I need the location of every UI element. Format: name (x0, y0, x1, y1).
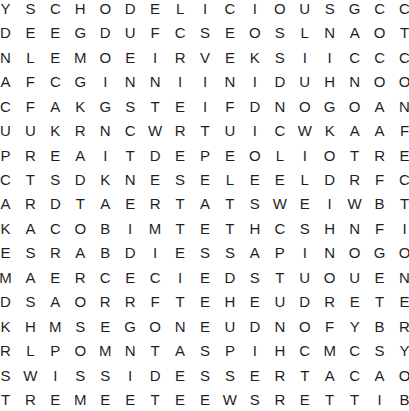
grid-cell-r8c12[interactable]: E (267, 167, 292, 191)
grid-cell-r5c5[interactable]: G (93, 94, 118, 118)
grid-cell-r1c1[interactable]: Y (0, 0, 18, 20)
grid-cell-r17c14[interactable]: T (317, 388, 342, 411)
grid-cell-r1c16[interactable]: C (367, 0, 392, 20)
grid-cell-r7c16[interactable]: R (367, 143, 392, 167)
grid-cell-r5c17[interactable]: N (392, 94, 409, 118)
grid-cell-r16c8[interactable]: E (168, 363, 193, 387)
grid-cell-r4c15[interactable]: N (342, 69, 367, 93)
grid-cell-r14c14[interactable]: F (317, 314, 342, 338)
grid-cell-r10c7[interactable]: M (143, 216, 168, 240)
grid-cell-r15c5[interactable]: M (93, 339, 118, 363)
grid-cell-r14c13[interactable]: O (292, 314, 317, 338)
grid-cell-r2c9[interactable]: S (193, 20, 218, 44)
grid-cell-r12c6[interactable]: E (118, 265, 143, 289)
grid-cell-r13c6[interactable]: R (118, 290, 143, 314)
grid-cell-r1c8[interactable]: L (168, 0, 193, 20)
grid-cell-r5c7[interactable]: T (143, 94, 168, 118)
grid-cell-r9c2[interactable]: R (18, 192, 43, 216)
grid-cell-r13c2[interactable]: S (18, 290, 43, 314)
grid-cell-r12c13[interactable]: U (292, 265, 317, 289)
grid-cell-r6c7[interactable]: W (143, 118, 168, 142)
grid-cell-r6c10[interactable]: U (217, 118, 242, 142)
grid-cell-r15c3[interactable]: P (43, 339, 68, 363)
grid-cell-r9c16[interactable]: B (367, 192, 392, 216)
grid-cell-r7c9[interactable]: P (193, 143, 218, 167)
grid-cell-r17c16[interactable]: I (367, 388, 392, 411)
grid-cell-r9c5[interactable]: A (93, 192, 118, 216)
grid-cell-r16c7[interactable]: D (143, 363, 168, 387)
grid-cell-r11c1[interactable]: E (0, 241, 18, 265)
grid-cell-r10c14[interactable]: H (317, 216, 342, 240)
grid-cell-r6c14[interactable]: K (317, 118, 342, 142)
grid-cell-r3c15[interactable]: C (342, 45, 367, 69)
grid-cell-r4c3[interactable]: C (43, 69, 68, 93)
grid-cell-r5c10[interactable]: F (217, 94, 242, 118)
grid-cell-r5c1[interactable]: C (0, 94, 18, 118)
grid-cell-r1c3[interactable]: C (43, 0, 68, 20)
grid-cell-r2c3[interactable]: E (43, 20, 68, 44)
grid-cell-r3c14[interactable]: I (317, 45, 342, 69)
grid-cell-r13c16[interactable]: T (367, 290, 392, 314)
grid-cell-r3c9[interactable]: V (193, 45, 218, 69)
grid-cell-r9c15[interactable]: W (342, 192, 367, 216)
grid-cell-r5c2[interactable]: F (18, 94, 43, 118)
grid-cell-r9c13[interactable]: E (292, 192, 317, 216)
grid-cell-r8c7[interactable]: E (143, 167, 168, 191)
grid-cell-r8c3[interactable]: S (43, 167, 68, 191)
grid-cell-r7c10[interactable]: E (217, 143, 242, 167)
grid-cell-r16c4[interactable]: S (68, 363, 93, 387)
grid-cell-r7c17[interactable]: E (392, 143, 409, 167)
grid-cell-r5c16[interactable]: A (367, 94, 392, 118)
grid-cell-r4c16[interactable]: O (367, 69, 392, 93)
grid-cell-r10c4[interactable]: O (68, 216, 93, 240)
grid-cell-r1c4[interactable]: H (68, 0, 93, 20)
grid-cell-r4c10[interactable]: N (217, 69, 242, 93)
grid-cell-r1c5[interactable]: O (93, 0, 118, 20)
grid-cell-r8c14[interactable]: D (317, 167, 342, 191)
grid-cell-r10c2[interactable]: A (18, 216, 43, 240)
grid-cell-r6c4[interactable]: R (68, 118, 93, 142)
grid-cell-r13c17[interactable]: E (392, 290, 409, 314)
grid-cell-r16c1[interactable]: S (0, 363, 18, 387)
grid-cell-r16c12[interactable]: R (267, 363, 292, 387)
grid-cell-r2c14[interactable]: N (317, 20, 342, 44)
grid-cell-r2c16[interactable]: O (367, 20, 392, 44)
grid-cell-r12c12[interactable]: T (267, 265, 292, 289)
grid-cell-r7c7[interactable]: D (143, 143, 168, 167)
grid-cell-r4c13[interactable]: U (292, 69, 317, 93)
grid-cell-r2c7[interactable]: F (143, 20, 168, 44)
grid-cell-r5c6[interactable]: S (118, 94, 143, 118)
grid-cell-r8c13[interactable]: L (292, 167, 317, 191)
grid-cell-r8c15[interactable]: R (342, 167, 367, 191)
grid-cell-r6c12[interactable]: C (267, 118, 292, 142)
grid-cell-r3c5[interactable]: O (93, 45, 118, 69)
grid-cell-r7c4[interactable]: A (68, 143, 93, 167)
grid-cell-r8c17[interactable]: C (392, 167, 409, 191)
grid-cell-r10c8[interactable]: T (168, 216, 193, 240)
grid-cell-r11c8[interactable]: E (168, 241, 193, 265)
grid-cell-r15c11[interactable]: I (242, 339, 267, 363)
grid-cell-r6c2[interactable]: U (18, 118, 43, 142)
grid-cell-r12c5[interactable]: C (93, 265, 118, 289)
grid-cell-r5c4[interactable]: K (68, 94, 93, 118)
grid-cell-r9c12[interactable]: W (267, 192, 292, 216)
grid-cell-r6c11[interactable]: I (242, 118, 267, 142)
grid-cell-r13c11[interactable]: E (242, 290, 267, 314)
grid-cell-r3c4[interactable]: M (68, 45, 93, 69)
grid-cell-r4c9[interactable]: I (193, 69, 218, 93)
grid-cell-r15c4[interactable]: O (68, 339, 93, 363)
grid-cell-r7c6[interactable]: T (118, 143, 143, 167)
grid-cell-r17c11[interactable]: S (242, 388, 267, 411)
grid-cell-r11c4[interactable]: A (68, 241, 93, 265)
grid-cell-r17c9[interactable]: E (193, 388, 218, 411)
grid-cell-r15c7[interactable]: T (143, 339, 168, 363)
grid-cell-r6c1[interactable]: U (0, 118, 18, 142)
grid-cell-r3c7[interactable]: I (143, 45, 168, 69)
grid-cell-r11c3[interactable]: R (43, 241, 68, 265)
grid-cell-r10c10[interactable]: T (217, 216, 242, 240)
grid-cell-r12c3[interactable]: E (43, 265, 68, 289)
grid-cell-r8c9[interactable]: E (193, 167, 218, 191)
grid-cell-r9c4[interactable]: T (68, 192, 93, 216)
grid-cell-r10c6[interactable]: I (118, 216, 143, 240)
grid-cell-r10c12[interactable]: C (267, 216, 292, 240)
grid-cell-r14c16[interactable]: B (367, 314, 392, 338)
grid-cell-r5c13[interactable]: O (292, 94, 317, 118)
grid-cell-r3c17[interactable]: C (392, 45, 409, 69)
grid-cell-r12c16[interactable]: E (367, 265, 392, 289)
grid-cell-r4c17[interactable]: O (392, 69, 409, 93)
grid-cell-r4c6[interactable]: N (118, 69, 143, 93)
grid-cell-r15c9[interactable]: S (193, 339, 218, 363)
grid-cell-r11c6[interactable]: D (118, 241, 143, 265)
grid-cell-r14c1[interactable]: K (0, 314, 18, 338)
grid-cell-r8c8[interactable]: S (168, 167, 193, 191)
grid-cell-r1c9[interactable]: I (193, 0, 218, 20)
grid-cell-r2c11[interactable]: O (242, 20, 267, 44)
grid-cell-r16c2[interactable]: W (18, 363, 43, 387)
grid-cell-r16c10[interactable]: S (217, 363, 242, 387)
grid-cell-r16c13[interactable]: T (292, 363, 317, 387)
grid-cell-r17c15[interactable]: T (342, 388, 367, 411)
grid-cell-r11c17[interactable]: O (392, 241, 409, 265)
grid-cell-r1c10[interactable]: C (217, 0, 242, 20)
grid-cell-r13c7[interactable]: F (143, 290, 168, 314)
grid-cell-r1c14[interactable]: S (317, 0, 342, 20)
grid-cell-r16c9[interactable]: S (193, 363, 218, 387)
grid-cell-r4c7[interactable]: N (143, 69, 168, 93)
grid-cell-r9c14[interactable]: I (317, 192, 342, 216)
grid-cell-r17c8[interactable]: E (168, 388, 193, 411)
grid-cell-r16c16[interactable]: A (367, 363, 392, 387)
grid-cell-r13c13[interactable]: D (292, 290, 317, 314)
grid-cell-r5c14[interactable]: G (317, 94, 342, 118)
grid-cell-r4c2[interactable]: F (18, 69, 43, 93)
grid-cell-r11c14[interactable]: N (317, 241, 342, 265)
grid-cell-r6c16[interactable]: A (367, 118, 392, 142)
grid-cell-r6c13[interactable]: W (292, 118, 317, 142)
grid-cell-r15c8[interactable]: A (168, 339, 193, 363)
grid-cell-r1c13[interactable]: U (292, 0, 317, 20)
grid-cell-r7c15[interactable]: T (342, 143, 367, 167)
grid-cell-r12c17[interactable]: N (392, 265, 409, 289)
grid-cell-r2c15[interactable]: A (342, 20, 367, 44)
grid-cell-r10c1[interactable]: K (0, 216, 18, 240)
grid-cell-r14c8[interactable]: N (168, 314, 193, 338)
grid-cell-r15c13[interactable]: C (292, 339, 317, 363)
grid-cell-r12c7[interactable]: C (143, 265, 168, 289)
grid-cell-r13c15[interactable]: E (342, 290, 367, 314)
grid-cell-r12c11[interactable]: S (242, 265, 267, 289)
grid-cell-r8c5[interactable]: K (93, 167, 118, 191)
grid-cell-r13c8[interactable]: T (168, 290, 193, 314)
grid-cell-r3c6[interactable]: E (118, 45, 143, 69)
grid-cell-r16c14[interactable]: A (317, 363, 342, 387)
grid-cell-r7c2[interactable]: R (18, 143, 43, 167)
grid-cell-r10c11[interactable]: H (242, 216, 267, 240)
grid-cell-r15c2[interactable]: L (18, 339, 43, 363)
grid-cell-r3c8[interactable]: R (168, 45, 193, 69)
grid-cell-r4c1[interactable]: A (0, 69, 18, 93)
grid-cell-r1c6[interactable]: D (118, 0, 143, 20)
grid-cell-r4c12[interactable]: D (267, 69, 292, 93)
grid-cell-r15c16[interactable]: S (367, 339, 392, 363)
grid-cell-r3c16[interactable]: C (367, 45, 392, 69)
grid-cell-r8c16[interactable]: F (367, 167, 392, 191)
grid-cell-r9c7[interactable]: R (143, 192, 168, 216)
grid-cell-r16c15[interactable]: C (342, 363, 367, 387)
grid-cell-r3c3[interactable]: E (43, 45, 68, 69)
grid-cell-r14c7[interactable]: O (143, 314, 168, 338)
grid-cell-r4c8[interactable]: I (168, 69, 193, 93)
grid-cell-r7c1[interactable]: P (0, 143, 18, 167)
grid-cell-r14c11[interactable]: D (242, 314, 267, 338)
grid-cell-r9c6[interactable]: E (118, 192, 143, 216)
grid-cell-r12c2[interactable]: A (18, 265, 43, 289)
grid-cell-r7c12[interactable]: L (267, 143, 292, 167)
grid-cell-r9c10[interactable]: T (217, 192, 242, 216)
grid-cell-r17c7[interactable]: T (143, 388, 168, 411)
grid-cell-r11c11[interactable]: A (242, 241, 267, 265)
grid-cell-r2c12[interactable]: S (267, 20, 292, 44)
grid-cell-r3c12[interactable]: S (267, 45, 292, 69)
grid-cell-r17c1[interactable]: T (0, 388, 18, 411)
grid-cell-r17c6[interactable]: E (118, 388, 143, 411)
grid-cell-r17c4[interactable]: M (68, 388, 93, 411)
grid-cell-r11c7[interactable]: I (143, 241, 168, 265)
grid-cell-r8c10[interactable]: L (217, 167, 242, 191)
grid-cell-r17c10[interactable]: W (217, 388, 242, 411)
grid-cell-r10c17[interactable]: I (392, 216, 409, 240)
grid-cell-r10c13[interactable]: S (292, 216, 317, 240)
grid-cell-r5c12[interactable]: N (267, 94, 292, 118)
grid-cell-r17c12[interactable]: R (267, 388, 292, 411)
grid-cell-r12c9[interactable]: E (193, 265, 218, 289)
grid-cell-r5c9[interactable]: I (193, 94, 218, 118)
grid-cell-r16c6[interactable]: I (118, 363, 143, 387)
grid-cell-r14c12[interactable]: N (267, 314, 292, 338)
grid-cell-r1c2[interactable]: S (18, 0, 43, 20)
grid-cell-r5c15[interactable]: O (342, 94, 367, 118)
grid-cell-r8c4[interactable]: D (68, 167, 93, 191)
grid-cell-r6c3[interactable]: K (43, 118, 68, 142)
grid-cell-r3c10[interactable]: E (217, 45, 242, 69)
grid-cell-r2c2[interactable]: E (18, 20, 43, 44)
grid-cell-r13c10[interactable]: H (217, 290, 242, 314)
grid-cell-r13c9[interactable]: E (193, 290, 218, 314)
grid-cell-r9c11[interactable]: S (242, 192, 267, 216)
grid-cell-r7c14[interactable]: O (317, 143, 342, 167)
grid-cell-r6c9[interactable]: T (193, 118, 218, 142)
grid-cell-r3c1[interactable]: N (0, 45, 18, 69)
grid-cell-r15c6[interactable]: N (118, 339, 143, 363)
grid-cell-r10c9[interactable]: E (193, 216, 218, 240)
grid-cell-r4c4[interactable]: G (68, 69, 93, 93)
grid-cell-r7c5[interactable]: I (93, 143, 118, 167)
grid-cell-r4c5[interactable]: I (93, 69, 118, 93)
grid-cell-r9c1[interactable]: A (0, 192, 18, 216)
grid-cell-r14c10[interactable]: U (217, 314, 242, 338)
grid-cell-r11c12[interactable]: P (267, 241, 292, 265)
grid-cell-r1c15[interactable]: G (342, 0, 367, 20)
grid-cell-r12c8[interactable]: I (168, 265, 193, 289)
grid-cell-r16c3[interactable]: I (43, 363, 68, 387)
grid-cell-r15c17[interactable]: Y (392, 339, 409, 363)
grid-cell-r13c12[interactable]: U (267, 290, 292, 314)
grid-cell-r14c5[interactable]: E (93, 314, 118, 338)
grid-cell-r7c8[interactable]: E (168, 143, 193, 167)
grid-cell-r2c17[interactable]: T (392, 20, 409, 44)
grid-cell-r6c17[interactable]: F (392, 118, 409, 142)
grid-cell-r15c15[interactable]: C (342, 339, 367, 363)
grid-cell-r14c3[interactable]: M (43, 314, 68, 338)
grid-cell-r17c3[interactable]: E (43, 388, 68, 411)
grid-cell-r15c12[interactable]: H (267, 339, 292, 363)
grid-cell-r14c6[interactable]: G (118, 314, 143, 338)
grid-cell-r12c10[interactable]: D (217, 265, 242, 289)
grid-cell-r10c15[interactable]: N (342, 216, 367, 240)
grid-cell-r8c6[interactable]: N (118, 167, 143, 191)
grid-cell-r1c11[interactable]: I (242, 0, 267, 20)
grid-cell-r14c4[interactable]: S (68, 314, 93, 338)
grid-cell-r6c6[interactable]: C (118, 118, 143, 142)
grid-cell-r12c4[interactable]: R (68, 265, 93, 289)
grid-cell-r11c2[interactable]: S (18, 241, 43, 265)
grid-cell-r14c2[interactable]: H (18, 314, 43, 338)
grid-cell-r13c3[interactable]: A (43, 290, 68, 314)
grid-cell-r10c3[interactable]: C (43, 216, 68, 240)
grid-cell-r13c5[interactable]: R (93, 290, 118, 314)
grid-cell-r12c15[interactable]: U (342, 265, 367, 289)
grid-cell-r5c8[interactable]: E (168, 94, 193, 118)
grid-cell-r10c16[interactable]: F (367, 216, 392, 240)
grid-cell-r9c17[interactable]: T (392, 192, 409, 216)
grid-cell-r16c17[interactable]: O (392, 363, 409, 387)
grid-cell-r2c5[interactable]: D (93, 20, 118, 44)
grid-cell-r16c11[interactable]: E (242, 363, 267, 387)
grid-cell-r2c6[interactable]: U (118, 20, 143, 44)
grid-cell-r9c9[interactable]: A (193, 192, 218, 216)
grid-cell-r5c3[interactable]: A (43, 94, 68, 118)
grid-cell-r11c15[interactable]: O (342, 241, 367, 265)
grid-cell-r7c3[interactable]: E (43, 143, 68, 167)
grid-cell-r14c15[interactable]: Y (342, 314, 367, 338)
grid-cell-r6c15[interactable]: A (342, 118, 367, 142)
grid-cell-r17c5[interactable]: E (93, 388, 118, 411)
grid-cell-r17c13[interactable]: E (292, 388, 317, 411)
grid-cell-r4c14[interactable]: H (317, 69, 342, 93)
grid-cell-r15c10[interactable]: P (217, 339, 242, 363)
grid-cell-r6c5[interactable]: N (93, 118, 118, 142)
grid-cell-r6c8[interactable]: R (168, 118, 193, 142)
grid-cell-r1c7[interactable]: E (143, 0, 168, 20)
grid-cell-r11c10[interactable]: S (217, 241, 242, 265)
grid-cell-r10c5[interactable]: B (93, 216, 118, 240)
grid-cell-r14c17[interactable]: R (392, 314, 409, 338)
grid-cell-r2c10[interactable]: E (217, 20, 242, 44)
grid-cell-r2c4[interactable]: G (68, 20, 93, 44)
grid-cell-r14c9[interactable]: E (193, 314, 218, 338)
grid-cell-r2c8[interactable]: C (168, 20, 193, 44)
grid-cell-r2c1[interactable]: D (0, 20, 18, 44)
grid-cell-r7c13[interactable]: I (292, 143, 317, 167)
grid-cell-r8c1[interactable]: C (0, 167, 18, 191)
grid-cell-r15c1[interactable]: R (0, 339, 18, 363)
grid-cell-r8c11[interactable]: E (242, 167, 267, 191)
grid-cell-r5c11[interactable]: D (242, 94, 267, 118)
grid-cell-r13c1[interactable]: D (0, 290, 18, 314)
grid-cell-r4c11[interactable]: I (242, 69, 267, 93)
grid-cell-r9c8[interactable]: T (168, 192, 193, 216)
grid-cell-r17c17[interactable]: B (392, 388, 409, 411)
grid-cell-r11c16[interactable]: G (367, 241, 392, 265)
grid-cell-r9c3[interactable]: D (43, 192, 68, 216)
grid-cell-r11c5[interactable]: B (93, 241, 118, 265)
grid-cell-r3c13[interactable]: I (292, 45, 317, 69)
grid-cell-r13c4[interactable]: O (68, 290, 93, 314)
grid-cell-r8c2[interactable]: T (18, 167, 43, 191)
grid-cell-r3c2[interactable]: L (18, 45, 43, 69)
grid-cell-r15c14[interactable]: M (317, 339, 342, 363)
grid-cell-r1c12[interactable]: O (267, 0, 292, 20)
grid-cell-r16c5[interactable]: S (93, 363, 118, 387)
grid-cell-r2c13[interactable]: L (292, 20, 317, 44)
word-search-board: YSCHODELICIOUSGCCDEEGDUFCSEOSLNAOTNLEMOE… (0, 0, 409, 411)
grid-cell-r3c11[interactable]: K (242, 45, 267, 69)
grid-cell-r7c11[interactable]: O (242, 143, 267, 167)
grid-cell-r1c17[interactable]: C (392, 0, 409, 20)
grid-cell-r11c9[interactable]: S (193, 241, 218, 265)
grid-cell-r13c14[interactable]: R (317, 290, 342, 314)
grid-cell-r11c13[interactable]: I (292, 241, 317, 265)
grid-cell-r17c2[interactable]: R (18, 388, 43, 411)
grid-cell-r12c14[interactable]: O (317, 265, 342, 289)
grid-cell-r12c1[interactable]: M (0, 265, 18, 289)
